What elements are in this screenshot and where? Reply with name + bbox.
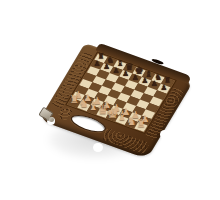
edge-notch [160,130,169,139]
latch-knob-icon [49,117,54,122]
edge-notch [93,143,103,152]
product-photo: ♜♞♝♛♚♝♞♜♟♟♟♟♟♟♟♟♟♟♟♟♟♟♟♟♜♞♝♛♚♝♞♜ [0,0,220,200]
far-handle-slot [151,58,164,65]
edge-notch [177,108,185,116]
